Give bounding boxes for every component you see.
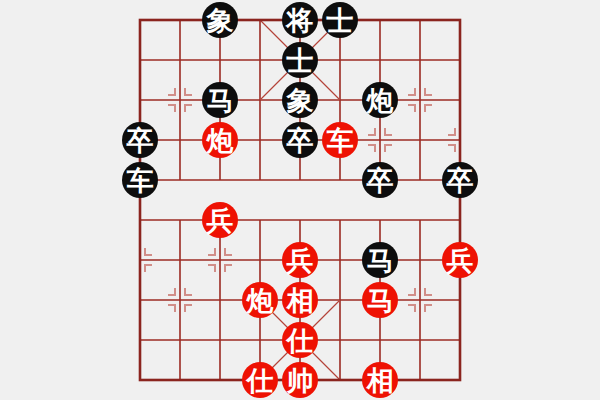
xiangqi-board[interactable]: 象将士士马象炮卒炮卒车车卒卒兵兵马兵炮相马仕仕帅相 (120, 0, 480, 400)
black-pawn[interactable]: 卒 (282, 122, 318, 158)
black-pawn[interactable]: 卒 (442, 162, 478, 198)
black-chariot[interactable]: 车 (122, 162, 158, 198)
black-elephant[interactable]: 象 (202, 2, 238, 38)
red-pawn[interactable]: 兵 (442, 242, 478, 278)
red-pawn[interactable]: 兵 (202, 202, 238, 238)
red-advisor[interactable]: 仕 (282, 322, 318, 358)
red-advisor[interactable]: 仕 (242, 362, 278, 398)
red-horse[interactable]: 马 (362, 282, 398, 318)
black-pawn[interactable]: 卒 (362, 162, 398, 198)
red-pawn[interactable]: 兵 (282, 242, 318, 278)
red-cannon[interactable]: 炮 (202, 122, 238, 158)
xiangqi-app: 象将士士马象炮卒炮卒车车卒卒兵兵马兵炮相马仕仕帅相 (0, 0, 600, 400)
black-advisor[interactable]: 士 (322, 2, 358, 38)
black-pawn[interactable]: 卒 (122, 122, 158, 158)
black-cannon[interactable]: 炮 (362, 82, 398, 118)
red-cannon[interactable]: 炮 (242, 282, 278, 318)
red-general[interactable]: 帅 (282, 362, 318, 398)
black-advisor[interactable]: 士 (282, 42, 318, 78)
black-elephant[interactable]: 象 (282, 82, 318, 118)
red-elephant[interactable]: 相 (282, 282, 318, 318)
black-horse[interactable]: 马 (362, 242, 398, 278)
red-chariot[interactable]: 车 (322, 122, 358, 158)
red-elephant[interactable]: 相 (362, 362, 398, 398)
black-horse[interactable]: 马 (202, 82, 238, 118)
black-general[interactable]: 将 (282, 2, 318, 38)
